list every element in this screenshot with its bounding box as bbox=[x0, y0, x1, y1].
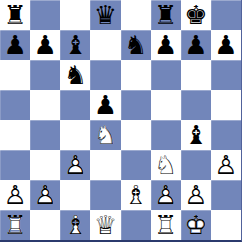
square-e2[interactable]: ♝♗ bbox=[121, 180, 151, 210]
square-f7[interactable]: ♟ bbox=[151, 30, 181, 60]
piece-outline-glyph: ♕ bbox=[90, 210, 120, 240]
square-g7[interactable]: ♟ bbox=[181, 30, 211, 60]
square-a8[interactable]: ♜ bbox=[0, 0, 30, 30]
square-a2[interactable]: ♟♙ bbox=[0, 180, 30, 210]
piece-solid-glyph: ♜ bbox=[0, 0, 30, 30]
square-e3[interactable] bbox=[121, 150, 151, 180]
piece-solid-glyph: ♟ bbox=[151, 30, 181, 60]
piece-outline-glyph: ♙ bbox=[30, 180, 60, 210]
square-h1[interactable] bbox=[211, 210, 241, 240]
chess-board-grid: ♜♛♜♚♟♟♝♞♟♟♟♞♟♞♘♝♟♙♞♘♟♙♟♙♟♙♝♗♟♙♟♙♜♖♝♗♛♕♜♖… bbox=[0, 0, 241, 240]
square-a5[interactable] bbox=[0, 90, 30, 120]
square-b6[interactable] bbox=[30, 60, 60, 90]
square-g6[interactable] bbox=[181, 60, 211, 90]
piece-white-pawn-b2[interactable]: ♟♙ bbox=[30, 180, 60, 210]
piece-outline-glyph: ♖ bbox=[151, 210, 181, 240]
square-b7[interactable]: ♟ bbox=[30, 30, 60, 60]
piece-white-knight-d4[interactable]: ♞♘ bbox=[90, 120, 120, 150]
square-f1[interactable]: ♜♖ bbox=[151, 210, 181, 240]
piece-black-rook-a8[interactable]: ♜ bbox=[0, 0, 30, 30]
piece-white-rook-f1[interactable]: ♜♖ bbox=[151, 210, 181, 240]
piece-solid-glyph: ♝ bbox=[181, 120, 211, 150]
square-d7[interactable] bbox=[90, 30, 120, 60]
square-b5[interactable] bbox=[30, 90, 60, 120]
piece-white-pawn-c3[interactable]: ♟♙ bbox=[60, 150, 90, 180]
square-g4[interactable]: ♝ bbox=[181, 120, 211, 150]
square-b1[interactable] bbox=[30, 210, 60, 240]
piece-white-bishop-c1[interactable]: ♝♗ bbox=[60, 210, 90, 240]
square-d1[interactable]: ♛♕ bbox=[90, 210, 120, 240]
square-e6[interactable] bbox=[121, 60, 151, 90]
piece-outline-glyph: ♙ bbox=[181, 180, 211, 210]
piece-white-pawn-a2[interactable]: ♟♙ bbox=[0, 180, 30, 210]
piece-white-pawn-g2[interactable]: ♟♙ bbox=[181, 180, 211, 210]
piece-white-king-g1[interactable]: ♚♔ bbox=[181, 210, 211, 240]
piece-black-knight-c6[interactable]: ♞ bbox=[60, 60, 90, 90]
square-d4[interactable]: ♞♘ bbox=[90, 120, 120, 150]
square-d2[interactable] bbox=[90, 180, 120, 210]
square-a7[interactable]: ♟ bbox=[0, 30, 30, 60]
square-h5[interactable] bbox=[211, 90, 241, 120]
square-c1[interactable]: ♝♗ bbox=[60, 210, 90, 240]
square-f5[interactable] bbox=[151, 90, 181, 120]
square-d3[interactable] bbox=[90, 150, 120, 180]
piece-black-pawn-f7[interactable]: ♟ bbox=[151, 30, 181, 60]
piece-white-knight-f3[interactable]: ♞♘ bbox=[151, 150, 181, 180]
piece-solid-glyph: ♛ bbox=[90, 0, 120, 30]
piece-white-pawn-h3[interactable]: ♟♙ bbox=[211, 150, 241, 180]
piece-black-queen-d8[interactable]: ♛ bbox=[90, 0, 120, 30]
square-g2[interactable]: ♟♙ bbox=[181, 180, 211, 210]
piece-solid-glyph: ♜ bbox=[151, 0, 181, 30]
piece-solid-glyph: ♟ bbox=[181, 30, 211, 60]
piece-black-knight-e7[interactable]: ♞ bbox=[121, 30, 151, 60]
square-b2[interactable]: ♟♙ bbox=[30, 180, 60, 210]
piece-black-king-g8[interactable]: ♚ bbox=[181, 0, 211, 30]
square-b4[interactable] bbox=[30, 120, 60, 150]
square-a1[interactable]: ♜♖ bbox=[0, 210, 30, 240]
square-f4[interactable] bbox=[151, 120, 181, 150]
piece-outline-glyph: ♗ bbox=[121, 180, 151, 210]
piece-outline-glyph: ♘ bbox=[90, 120, 120, 150]
square-h2[interactable] bbox=[211, 180, 241, 210]
square-h3[interactable]: ♟♙ bbox=[211, 150, 241, 180]
piece-solid-glyph: ♟ bbox=[0, 30, 30, 60]
piece-outline-glyph: ♙ bbox=[60, 150, 90, 180]
square-f6[interactable] bbox=[151, 60, 181, 90]
square-d6[interactable] bbox=[90, 60, 120, 90]
piece-outline-glyph: ♗ bbox=[60, 210, 90, 240]
piece-outline-glyph: ♔ bbox=[181, 210, 211, 240]
square-b3[interactable] bbox=[30, 150, 60, 180]
square-g8[interactable]: ♚ bbox=[181, 0, 211, 30]
square-h4[interactable] bbox=[211, 120, 241, 150]
square-a6[interactable] bbox=[0, 60, 30, 90]
square-f8[interactable]: ♜ bbox=[151, 0, 181, 30]
square-a4[interactable] bbox=[0, 120, 30, 150]
piece-solid-glyph: ♟ bbox=[211, 30, 241, 60]
chess-board: ♜♛♜♚♟♟♝♞♟♟♟♞♟♞♘♝♟♙♞♘♟♙♟♙♟♙♝♗♟♙♟♙♜♖♝♗♛♕♜♖… bbox=[0, 0, 242, 242]
square-c3[interactable]: ♟♙ bbox=[60, 150, 90, 180]
piece-outline-glyph: ♙ bbox=[151, 180, 181, 210]
piece-solid-glyph: ♚ bbox=[181, 0, 211, 30]
square-f2[interactable]: ♟♙ bbox=[151, 180, 181, 210]
piece-solid-glyph: ♝ bbox=[60, 30, 90, 60]
square-e1[interactable] bbox=[121, 210, 151, 240]
square-e5[interactable] bbox=[121, 90, 151, 120]
square-g5[interactable] bbox=[181, 90, 211, 120]
piece-black-pawn-a7[interactable]: ♟ bbox=[0, 30, 30, 60]
piece-black-pawn-b7[interactable]: ♟ bbox=[30, 30, 60, 60]
piece-white-pawn-f2[interactable]: ♟♙ bbox=[151, 180, 181, 210]
square-h7[interactable]: ♟ bbox=[211, 30, 241, 60]
piece-solid-glyph: ♞ bbox=[121, 30, 151, 60]
square-c2[interactable] bbox=[60, 180, 90, 210]
piece-outline-glyph: ♘ bbox=[151, 150, 181, 180]
piece-black-pawn-h7[interactable]: ♟ bbox=[211, 30, 241, 60]
piece-solid-glyph: ♟ bbox=[90, 90, 120, 120]
square-c6[interactable]: ♞ bbox=[60, 60, 90, 90]
square-c7[interactable]: ♝ bbox=[60, 30, 90, 60]
square-g3[interactable] bbox=[181, 150, 211, 180]
piece-black-rook-f8[interactable]: ♜ bbox=[151, 0, 181, 30]
square-d8[interactable]: ♛ bbox=[90, 0, 120, 30]
square-h8[interactable] bbox=[211, 0, 241, 30]
square-a3[interactable] bbox=[0, 150, 30, 180]
square-c8[interactable] bbox=[60, 0, 90, 30]
square-c4[interactable] bbox=[60, 120, 90, 150]
piece-white-bishop-e2[interactable]: ♝♗ bbox=[121, 180, 151, 210]
piece-white-rook-a1[interactable]: ♜♖ bbox=[0, 210, 30, 240]
square-e4[interactable] bbox=[121, 120, 151, 150]
square-g1[interactable]: ♚♔ bbox=[181, 210, 211, 240]
square-b8[interactable] bbox=[30, 0, 60, 30]
piece-black-pawn-d5[interactable]: ♟ bbox=[90, 90, 120, 120]
piece-outline-glyph: ♙ bbox=[0, 180, 30, 210]
piece-solid-glyph: ♟ bbox=[30, 30, 60, 60]
piece-outline-glyph: ♙ bbox=[211, 150, 241, 180]
square-d5[interactable]: ♟ bbox=[90, 90, 120, 120]
square-f3[interactable]: ♞♘ bbox=[151, 150, 181, 180]
piece-black-bishop-c7[interactable]: ♝ bbox=[60, 30, 90, 60]
square-c5[interactable] bbox=[60, 90, 90, 120]
piece-black-pawn-g7[interactable]: ♟ bbox=[181, 30, 211, 60]
square-e8[interactable] bbox=[121, 0, 151, 30]
square-h6[interactable] bbox=[211, 60, 241, 90]
piece-solid-glyph: ♞ bbox=[60, 60, 90, 90]
piece-outline-glyph: ♖ bbox=[0, 210, 30, 240]
piece-white-queen-d1[interactable]: ♛♕ bbox=[90, 210, 120, 240]
piece-black-bishop-g4[interactable]: ♝ bbox=[181, 120, 211, 150]
square-e7[interactable]: ♞ bbox=[121, 30, 151, 60]
